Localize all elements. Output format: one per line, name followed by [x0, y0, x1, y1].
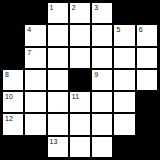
cell-r4c1[interactable] [25, 92, 45, 112]
black-cell-r6c0 [3, 137, 23, 157]
black-cell-r5c6 [137, 114, 157, 134]
clue-number-7: 7 [27, 48, 31, 57]
cell-r2c2[interactable] [48, 48, 68, 68]
black-cell-r4c6 [137, 92, 157, 112]
cell-r0c2[interactable]: 1 [48, 3, 68, 23]
cell-r1c3[interactable] [70, 25, 90, 45]
cell-r5c2[interactable] [48, 114, 68, 134]
black-cell-r0c6 [137, 3, 157, 23]
black-cell-r0c0 [3, 3, 23, 23]
black-cell-r6c6 [137, 137, 157, 157]
black-cell-r2c0 [3, 48, 23, 68]
cell-r4c5[interactable] [114, 92, 134, 112]
clue-number-6: 6 [139, 25, 143, 34]
clue-number-12: 12 [5, 114, 13, 123]
cell-r2c3[interactable] [70, 48, 90, 68]
clue-number-2: 2 [72, 3, 76, 12]
black-cell-r1c0 [3, 25, 23, 45]
cell-r5c1[interactable] [25, 114, 45, 134]
clue-number-8: 8 [5, 70, 9, 79]
black-cell-r3c3 [70, 70, 90, 90]
cell-r3c4[interactable]: 9 [92, 70, 112, 90]
cell-r5c5[interactable] [114, 114, 134, 134]
clue-number-10: 10 [5, 92, 13, 101]
cell-r1c4[interactable] [92, 25, 112, 45]
cell-r6c2[interactable]: 13 [48, 137, 68, 157]
cell-r5c0[interactable]: 12 [3, 114, 23, 134]
cell-r3c6[interactable] [137, 70, 157, 90]
cell-r4c0[interactable]: 10 [3, 92, 23, 112]
clue-number-11: 11 [72, 92, 79, 101]
cell-r2c5[interactable] [114, 48, 134, 68]
cell-r4c4[interactable] [92, 92, 112, 112]
cell-r3c1[interactable] [25, 70, 45, 90]
clue-number-1: 1 [50, 3, 54, 12]
cell-r1c5[interactable]: 5 [114, 25, 134, 45]
cell-r6c4[interactable] [92, 137, 112, 157]
crossword-board: 12345678910111213 [0, 0, 160, 160]
cell-r3c0[interactable]: 8 [3, 70, 23, 90]
cell-r3c2[interactable] [48, 70, 68, 90]
clue-number-5: 5 [116, 25, 120, 34]
clue-number-13: 13 [50, 137, 58, 146]
cell-r6c3[interactable] [70, 137, 90, 157]
clue-number-3: 3 [94, 3, 98, 12]
black-cell-r0c5 [114, 3, 134, 23]
cell-r0c3[interactable]: 2 [70, 3, 90, 23]
clue-number-4: 4 [27, 25, 31, 34]
cell-r2c4[interactable] [92, 48, 112, 68]
cell-r1c1[interactable]: 4 [25, 25, 45, 45]
cell-r2c6[interactable] [137, 48, 157, 68]
crossword-grid: 12345678910111213 [1, 1, 159, 159]
cell-r5c3[interactable] [70, 114, 90, 134]
black-cell-r6c5 [114, 137, 134, 157]
cell-r3c5[interactable] [114, 70, 134, 90]
black-cell-r6c1 [25, 137, 45, 157]
cell-r0c4[interactable]: 3 [92, 3, 112, 23]
clue-number-9: 9 [94, 70, 98, 79]
cell-r4c2[interactable] [48, 92, 68, 112]
cell-r2c1[interactable]: 7 [25, 48, 45, 68]
cell-r5c4[interactable] [92, 114, 112, 134]
cell-r1c2[interactable] [48, 25, 68, 45]
cell-r1c6[interactable]: 6 [137, 25, 157, 45]
black-cell-r0c1 [25, 3, 45, 23]
cell-r4c3[interactable]: 11 [70, 92, 90, 112]
